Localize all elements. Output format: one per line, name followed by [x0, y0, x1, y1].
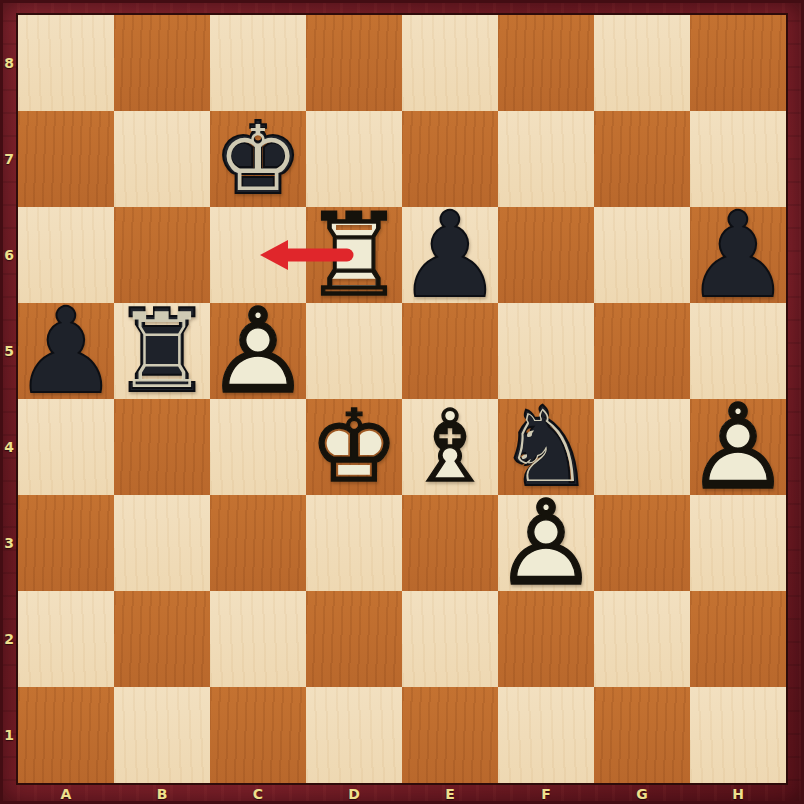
square-f8[interactable] — [498, 15, 594, 111]
square-c8[interactable] — [210, 15, 306, 111]
square-c4[interactable] — [210, 399, 306, 495]
square-b4[interactable] — [114, 399, 210, 495]
square-f1[interactable] — [498, 687, 594, 783]
file-label-h: H — [690, 783, 786, 804]
square-b2[interactable] — [114, 591, 210, 687]
square-g2[interactable] — [594, 591, 690, 687]
square-g8[interactable] — [594, 15, 690, 111]
black-pawn[interactable]: ♟ — [690, 207, 786, 303]
square-d8[interactable] — [306, 15, 402, 111]
square-a8[interactable] — [18, 15, 114, 111]
white-pawn[interactable]: ♟♙ — [498, 495, 594, 591]
square-c7[interactable]: ♚♔ — [210, 111, 306, 207]
square-f2[interactable] — [498, 591, 594, 687]
square-g3[interactable] — [594, 495, 690, 591]
file-label-e: E — [402, 783, 498, 804]
square-h3[interactable] — [690, 495, 786, 591]
square-h1[interactable] — [690, 687, 786, 783]
black-pawn[interactable]: ♟ — [402, 207, 498, 303]
file-label-g: G — [594, 783, 690, 804]
rank-label-1: 1 — [0, 687, 18, 783]
black-rook[interactable]: ♜♖ — [114, 303, 210, 399]
square-d4[interactable]: ♚♔ — [306, 399, 402, 495]
white-bishop[interactable]: ♝♗ — [402, 399, 498, 495]
square-e8[interactable] — [402, 15, 498, 111]
square-f3[interactable]: ♟♙ — [498, 495, 594, 591]
square-g1[interactable] — [594, 687, 690, 783]
square-g5[interactable] — [594, 303, 690, 399]
square-d5[interactable] — [306, 303, 402, 399]
square-g7[interactable] — [594, 111, 690, 207]
file-label-f: F — [498, 783, 594, 804]
square-c1[interactable] — [210, 687, 306, 783]
square-a4[interactable] — [18, 399, 114, 495]
square-a1[interactable] — [18, 687, 114, 783]
square-a7[interactable] — [18, 111, 114, 207]
square-h2[interactable] — [690, 591, 786, 687]
file-label-a: A — [18, 783, 114, 804]
white-pawn[interactable]: ♟♙ — [210, 303, 306, 399]
file-label-c: C — [210, 783, 306, 804]
square-e4[interactable]: ♝♗ — [402, 399, 498, 495]
square-d2[interactable] — [306, 591, 402, 687]
rank-label-3: 3 — [0, 495, 18, 591]
chess-board: ♚♔♜♖♟♟♟♜♖♟♙♚♔♝♗♞♘♟♙♟♙ — [18, 15, 786, 783]
square-e5[interactable] — [402, 303, 498, 399]
square-b1[interactable] — [114, 687, 210, 783]
square-b7[interactable] — [114, 111, 210, 207]
file-labels: ABCDEFGH — [18, 783, 786, 804]
square-e2[interactable] — [402, 591, 498, 687]
square-b8[interactable] — [114, 15, 210, 111]
chess-board-frame: ♚♔♜♖♟♟♟♜♖♟♙♚♔♝♗♞♘♟♙♟♙ 87654321 ABCDEFGH — [0, 0, 804, 804]
file-label-b: B — [114, 783, 210, 804]
white-pawn[interactable]: ♟♙ — [690, 399, 786, 495]
rank-label-8: 8 — [0, 15, 18, 111]
square-c2[interactable] — [210, 591, 306, 687]
square-h8[interactable] — [690, 15, 786, 111]
white-king[interactable]: ♚♔ — [306, 399, 402, 495]
white-rook[interactable]: ♜♖ — [306, 207, 402, 303]
square-a3[interactable] — [18, 495, 114, 591]
square-a2[interactable] — [18, 591, 114, 687]
square-d3[interactable] — [306, 495, 402, 591]
square-b5[interactable]: ♜♖ — [114, 303, 210, 399]
rank-label-7: 7 — [0, 111, 18, 207]
square-e6[interactable]: ♟ — [402, 207, 498, 303]
square-a5[interactable]: ♟ — [18, 303, 114, 399]
square-e1[interactable] — [402, 687, 498, 783]
square-h4[interactable]: ♟♙ — [690, 399, 786, 495]
square-g4[interactable] — [594, 399, 690, 495]
square-c5[interactable]: ♟♙ — [210, 303, 306, 399]
black-pawn[interactable]: ♟ — [18, 303, 114, 399]
square-b3[interactable] — [114, 495, 210, 591]
square-d6[interactable]: ♜♖ — [306, 207, 402, 303]
square-c3[interactable] — [210, 495, 306, 591]
rank-label-2: 2 — [0, 591, 18, 687]
square-f6[interactable] — [498, 207, 594, 303]
black-king[interactable]: ♚♔ — [210, 111, 306, 207]
square-h6[interactable]: ♟ — [690, 207, 786, 303]
file-label-d: D — [306, 783, 402, 804]
square-e3[interactable] — [402, 495, 498, 591]
square-f7[interactable] — [498, 111, 594, 207]
square-g6[interactable] — [594, 207, 690, 303]
square-d1[interactable] — [306, 687, 402, 783]
